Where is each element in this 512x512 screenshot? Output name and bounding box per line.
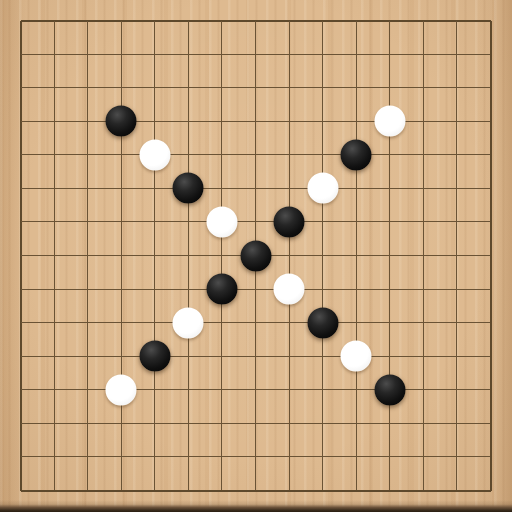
gomoku-board[interactable] <box>0 0 512 512</box>
white-stone <box>106 374 137 405</box>
black-stone <box>307 307 338 338</box>
white-stone <box>274 274 305 305</box>
grid-line-vertical <box>322 21 323 491</box>
grid-line-vertical <box>356 21 357 491</box>
grid-line-vertical <box>289 21 290 491</box>
white-stone <box>173 307 204 338</box>
grid-line-horizontal <box>21 289 491 290</box>
black-stone <box>173 173 204 204</box>
white-stone <box>139 139 170 170</box>
board-edge-strip <box>0 500 512 512</box>
black-stone <box>274 206 305 237</box>
grid-line-vertical <box>423 21 424 491</box>
grid-line-horizontal <box>21 389 491 390</box>
black-stone <box>106 106 137 137</box>
grid-line-horizontal <box>21 456 491 457</box>
grid-line-vertical <box>456 21 457 491</box>
black-stone <box>374 374 405 405</box>
black-stone <box>206 274 237 305</box>
grid-line-vertical <box>389 21 390 491</box>
grid-line-horizontal <box>21 356 491 357</box>
grid-line-horizontal <box>21 490 491 492</box>
black-stone <box>139 341 170 372</box>
white-stone <box>206 206 237 237</box>
black-stone <box>240 240 271 271</box>
white-stone <box>307 173 338 204</box>
grid-line-vertical <box>490 21 492 491</box>
board-grid[interactable] <box>21 21 491 491</box>
white-stone <box>341 341 372 372</box>
grid-line-horizontal <box>21 322 491 323</box>
black-stone <box>341 139 372 170</box>
white-stone <box>374 106 405 137</box>
grid-line-horizontal <box>21 423 491 424</box>
